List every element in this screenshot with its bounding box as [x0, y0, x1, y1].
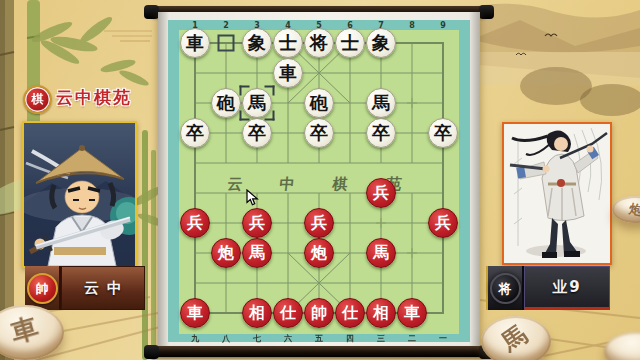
piece-red-f5r8[interactable]: 炮 [304, 238, 334, 268]
piece-black-f7r4[interactable]: 卒 [366, 118, 396, 148]
file-label-bottom-七: 七 [253, 333, 261, 344]
piece-red-f6r10[interactable]: 仕 [335, 298, 365, 328]
black-player-badge-section: 将 [486, 266, 524, 310]
file-label-top-2: 2 [223, 21, 229, 30]
table-piece-horse: 馬 [481, 316, 551, 360]
piece-black-f7r1[interactable]: 象 [366, 28, 396, 58]
belt [54, 247, 106, 255]
face [554, 137, 568, 151]
piece-red-f4r10[interactable]: 仕 [273, 298, 303, 328]
piece-black-f1r4[interactable]: 卒 [180, 118, 210, 148]
last-move-from-marker [218, 35, 235, 52]
file-label-bottom-五: 五 [315, 333, 323, 344]
piece-red-f5r7[interactable]: 兵 [304, 208, 334, 238]
piece-red-f9r7[interactable]: 兵 [428, 208, 458, 238]
file-label-bottom-九: 九 [191, 333, 199, 344]
piece-red-f3r10[interactable]: 相 [242, 298, 272, 328]
piece-black-f5r3[interactable]: 砲 [304, 88, 334, 118]
piece-red-f8r10[interactable]: 車 [397, 298, 427, 328]
sash-knot [557, 179, 565, 187]
file-label-bottom-八: 八 [222, 333, 230, 344]
cloud-motif [104, 31, 152, 41]
game-screen: 棋 云中棋苑 [0, 0, 640, 360]
red-player-name: 云中 [61, 266, 145, 310]
piece-red-f7r8[interactable]: 馬 [366, 238, 396, 268]
piece-black-f1r1[interactable]: 車 [180, 28, 210, 58]
app-logo-seal: 棋 [23, 85, 52, 114]
black-side-badge: 将 [490, 273, 521, 304]
river-text-3: 棋 [332, 175, 349, 194]
piece-black-f2r3[interactable]: 砲 [211, 88, 241, 118]
mouse-cursor [246, 189, 259, 206]
black-player-portrait [502, 122, 612, 265]
piece-black-f4r1[interactable]: 士 [273, 28, 303, 58]
app-title: 云中棋苑 [56, 85, 132, 110]
red-player-badge-section: 帥 [25, 266, 61, 310]
piece-red-f7r10[interactable]: 相 [366, 298, 396, 328]
river-text-1: 云 [227, 175, 244, 194]
file-label-bottom-一: 一 [439, 333, 447, 344]
piece-black-f5r1[interactable]: 将 [304, 28, 334, 58]
piece-black-f4r2[interactable]: 車 [273, 58, 303, 88]
river-text-2: 中 [279, 175, 296, 194]
app-logo-char: 棋 [32, 91, 44, 108]
piece-red-f3r8[interactable]: 馬 [242, 238, 272, 268]
red-player-plate: 帥 云中 [25, 266, 145, 310]
file-label-top-9: 9 [440, 21, 446, 30]
file-label-bottom-二: 二 [408, 333, 416, 344]
piece-black-f5r4[interactable]: 卒 [304, 118, 334, 148]
face [65, 181, 99, 213]
black-player-plate: 将 业9 [486, 266, 610, 310]
file-label-bottom-四: 四 [346, 333, 354, 344]
board-grid [179, 30, 459, 334]
piece-black-f3r1[interactable]: 象 [242, 28, 272, 58]
piece-black-f9r4[interactable]: 卒 [428, 118, 458, 148]
file-label-bottom-三: 三 [377, 333, 385, 344]
red-side-badge: 帥 [27, 273, 58, 304]
piece-black-f3r4[interactable]: 卒 [242, 118, 272, 148]
red-player-portrait [22, 121, 137, 268]
black-player-name: 业9 [524, 266, 610, 310]
piece-red-f5r10[interactable]: 帥 [304, 298, 334, 328]
file-label-top-8: 8 [409, 21, 415, 30]
piece-red-f2r8[interactable]: 炮 [211, 238, 241, 268]
piece-black-f6r1[interactable]: 士 [335, 28, 365, 58]
piece-red-f1r7[interactable]: 兵 [180, 208, 210, 238]
piece-red-f7r6[interactable]: 兵 [366, 178, 396, 208]
last-move-to-marker [240, 86, 275, 121]
piece-red-f3r7[interactable]: 兵 [242, 208, 272, 238]
piece-red-f1r10[interactable]: 車 [180, 298, 210, 328]
piece-black-f7r3[interactable]: 馬 [366, 88, 396, 118]
file-label-bottom-六: 六 [284, 333, 292, 344]
scroll-roller-bottom [150, 346, 488, 357]
